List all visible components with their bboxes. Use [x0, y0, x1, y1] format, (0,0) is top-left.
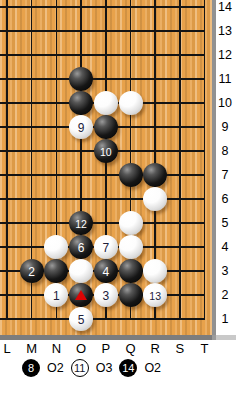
row-label-14: 14 [214, 0, 236, 15]
row-label-2: 2 [214, 287, 236, 303]
column-label-P: P [94, 341, 118, 356]
caption-black-stone-8: 8 [22, 359, 40, 377]
stone-number: 4 [102, 266, 109, 278]
stone-number: 6 [78, 242, 85, 254]
row-label-13: 13 [214, 23, 236, 39]
column-label-O: O [69, 341, 93, 356]
stone-q3 [119, 259, 143, 283]
row-label-12: 12 [214, 47, 236, 63]
row-label-10: 10 [214, 95, 236, 111]
stone-number: 9 [78, 122, 85, 134]
stone-r6 [143, 187, 167, 211]
stone-q2 [119, 283, 143, 307]
stone-o4: 6 [69, 235, 93, 259]
column-label-M: M [20, 341, 44, 356]
column-label-T: T [193, 341, 217, 356]
grid-horizontal-line-5 [0, 222, 205, 224]
row-label-6: 6 [214, 191, 236, 207]
board-bottom-edge-right [216, 335, 236, 340]
stone-q5 [119, 211, 143, 235]
caption-white-stone-11: 11 [71, 359, 89, 377]
grid-vertical-line-L [6, 0, 8, 320]
row-label-5: 5 [214, 215, 236, 231]
row-label-4: 4 [214, 239, 236, 255]
row-label-1: 1 [214, 311, 236, 327]
column-label-Q: Q [119, 341, 143, 356]
stone-number: 2 [28, 266, 35, 278]
stone-p8: 10 [94, 139, 118, 163]
grid-horizontal-line-1 [0, 318, 205, 320]
stone-number: 5 [78, 314, 85, 326]
stone-m3: 2 [20, 259, 44, 283]
column-label-L: L [0, 341, 19, 356]
column-label-R: R [143, 341, 167, 356]
stone-o1: 5 [69, 307, 93, 331]
triangle-marker-icon [75, 290, 87, 300]
column-label-N: N [44, 341, 68, 356]
stone-number: 12 [75, 218, 87, 229]
move-caption: 8O211O314O2 [22, 359, 161, 377]
stone-r2: 13 [143, 283, 167, 307]
caption-black-stone-14: 14 [119, 359, 137, 377]
caption-coordinate-text: O3 [96, 362, 113, 375]
stone-p2: 3 [94, 283, 118, 307]
stone-o11 [69, 67, 93, 91]
grid-horizontal-line-12 [0, 54, 205, 56]
stone-o3 [69, 259, 93, 283]
caption-coordinate-text: O2 [47, 362, 64, 375]
go-diagram: 91012672413135 1413121110987654321 LMNOP… [0, 0, 236, 393]
stone-number: 13 [149, 290, 161, 301]
stone-r7 [143, 163, 167, 187]
row-label-8: 8 [214, 143, 236, 159]
grid-vertical-line-T [204, 0, 206, 320]
stone-r3 [143, 259, 167, 283]
stone-q10 [119, 91, 143, 115]
stone-q7 [119, 163, 143, 187]
stone-p3: 4 [94, 259, 118, 283]
stone-p10 [94, 91, 118, 115]
row-label-3: 3 [214, 263, 236, 279]
stone-q4 [119, 235, 143, 259]
row-label-11: 11 [214, 71, 236, 87]
caption-coordinate-text: O2 [144, 362, 161, 375]
stone-o10 [69, 91, 93, 115]
grid-vertical-line-S [179, 0, 181, 320]
stone-o2 [69, 283, 93, 307]
stone-number: 3 [102, 290, 109, 302]
stone-number: 10 [100, 146, 112, 157]
board-bottom-edge [0, 335, 212, 340]
grid-horizontal-line-13 [0, 30, 205, 32]
column-label-S: S [168, 341, 192, 356]
stone-p4: 7 [94, 235, 118, 259]
grid-horizontal-line-6 [0, 198, 205, 200]
grid-horizontal-line-11 [0, 78, 205, 80]
stone-p9 [94, 115, 118, 139]
grid-horizontal-line-7 [0, 174, 205, 176]
row-label-9: 9 [214, 119, 236, 135]
stone-number: 7 [102, 242, 109, 254]
stone-o9: 9 [69, 115, 93, 139]
grid-horizontal-line-14 [0, 6, 205, 8]
stone-number: 1 [53, 290, 60, 302]
row-label-7: 7 [214, 167, 236, 183]
stone-o5: 12 [69, 211, 93, 235]
